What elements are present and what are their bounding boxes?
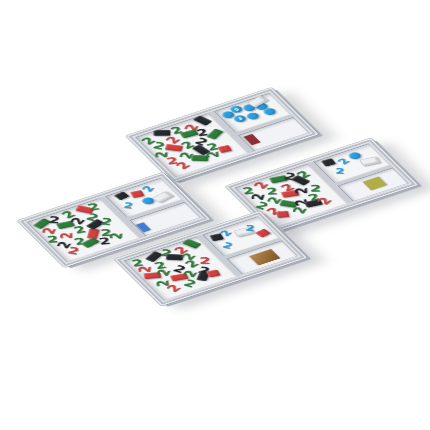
game-piece-cube xyxy=(217,145,232,153)
color-sticker xyxy=(249,249,280,265)
game-piece-bar xyxy=(193,115,212,126)
game-piece-hook: 2 xyxy=(336,157,352,166)
game-piece-hook: 2 xyxy=(164,283,183,294)
color-sticker xyxy=(136,222,151,232)
game-piece-hook: 2 xyxy=(204,151,221,158)
game-piece-cube xyxy=(276,211,289,218)
product-photo-scene: 22222222222222 53 2222222222222222 22 22… xyxy=(0,0,430,430)
game-piece-cube xyxy=(114,191,130,200)
game-piece-bar xyxy=(152,191,174,203)
game-piece-hook: 2 xyxy=(100,216,114,226)
game-piece-disc xyxy=(262,107,278,116)
game-piece-hook: 2 xyxy=(335,167,344,175)
game-piece-hook: 2 xyxy=(122,201,134,210)
color-sticker xyxy=(363,177,387,191)
game-piece-hook: 2 xyxy=(173,160,192,171)
game-piece-cube xyxy=(255,229,271,238)
game-piece-cube xyxy=(130,190,145,198)
color-sticker xyxy=(244,134,261,145)
game-piece-hook: 2 xyxy=(221,241,234,250)
game-piece-hook: 2 xyxy=(66,245,81,255)
game-piece-disc xyxy=(245,111,261,120)
game-piece-bar xyxy=(182,238,202,248)
game-piece-hook: 2 xyxy=(245,224,255,232)
game-piece-bar xyxy=(359,156,380,166)
game-piece-cube xyxy=(206,269,221,277)
game-piece-hook: 2 xyxy=(108,233,125,240)
